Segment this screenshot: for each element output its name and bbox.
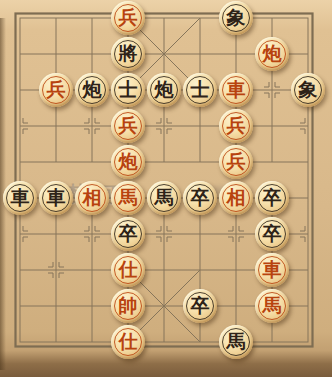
piece-black-f3r1[interactable]: 將 (111, 37, 145, 71)
piece-glyph: 馬 (119, 188, 138, 207)
piece-black-f7r5[interactable]: 卒 (255, 181, 289, 215)
piece-glyph: 炮 (119, 152, 138, 171)
piece-glyph: 兵 (227, 152, 246, 171)
piece-black-f3r6[interactable]: 卒 (111, 217, 145, 251)
piece-glyph: 馬 (263, 296, 282, 315)
piece-red-f6r5[interactable]: 相 (219, 181, 253, 215)
piece-black-f5r8[interactable]: 卒 (183, 289, 217, 323)
piece-glyph: 車 (11, 188, 30, 207)
piece-glyph: 炮 (263, 44, 282, 63)
piece-red-f3r7[interactable]: 仕 (111, 253, 145, 287)
piece-red-f3r5[interactable]: 馬 (111, 181, 145, 215)
piece-glyph: 馬 (155, 188, 174, 207)
piece-red-f7r7[interactable]: 車 (255, 253, 289, 287)
piece-glyph: 將 (119, 44, 138, 63)
piece-glyph: 象 (299, 80, 318, 99)
piece-red-f3r0[interactable]: 兵 (111, 1, 145, 35)
piece-glyph: 卒 (119, 224, 138, 243)
piece-glyph: 炮 (83, 80, 102, 99)
piece-glyph: 仕 (119, 332, 138, 351)
piece-glyph: 車 (47, 188, 66, 207)
piece-glyph: 士 (191, 80, 210, 99)
piece-red-f7r8[interactable]: 馬 (255, 289, 289, 323)
piece-black-f3r2[interactable]: 士 (111, 73, 145, 107)
piece-glyph: 相 (227, 188, 246, 207)
piece-red-f7r1[interactable]: 炮 (255, 37, 289, 71)
piece-glyph: 象 (227, 8, 246, 27)
piece-glyph: 帥 (119, 296, 138, 315)
piece-black-f8r2[interactable]: 象 (291, 73, 325, 107)
piece-glyph: 兵 (119, 116, 138, 135)
piece-glyph: 相 (83, 188, 102, 207)
piece-black-f4r2[interactable]: 炮 (147, 73, 181, 107)
piece-glyph: 兵 (119, 8, 138, 27)
piece-red-f2r5[interactable]: 相 (75, 181, 109, 215)
piece-red-f3r3[interactable]: 兵 (111, 109, 145, 143)
piece-red-f3r9[interactable]: 仕 (111, 325, 145, 359)
piece-red-f1r2[interactable]: 兵 (39, 73, 73, 107)
piece-black-f5r2[interactable]: 士 (183, 73, 217, 107)
piece-glyph: 士 (119, 80, 138, 99)
piece-black-f5r5[interactable]: 卒 (183, 181, 217, 215)
piece-glyph: 卒 (263, 224, 282, 243)
piece-black-f7r6[interactable]: 卒 (255, 217, 289, 251)
piece-glyph: 馬 (227, 332, 246, 351)
piece-glyph: 仕 (119, 260, 138, 279)
piece-red-f3r8[interactable]: 帥 (111, 289, 145, 323)
piece-red-f6r2[interactable]: 車 (219, 73, 253, 107)
piece-black-f1r5[interactable]: 車 (39, 181, 73, 215)
piece-black-f2r2[interactable]: 炮 (75, 73, 109, 107)
piece-glyph: 卒 (263, 188, 282, 207)
piece-glyph: 車 (227, 80, 246, 99)
piece-glyph: 卒 (191, 296, 210, 315)
piece-glyph: 炮 (155, 80, 174, 99)
piece-glyph: 車 (263, 260, 282, 279)
piece-glyph: 卒 (191, 188, 210, 207)
piece-black-f4r5[interactable]: 馬 (147, 181, 181, 215)
piece-black-f0r5[interactable]: 車 (3, 181, 37, 215)
piece-red-f6r4[interactable]: 兵 (219, 145, 253, 179)
piece-red-f3r4[interactable]: 炮 (111, 145, 145, 179)
piece-black-f6r0[interactable]: 象 (219, 1, 253, 35)
xiangqi-board-screen: 梦河 兵象將炮兵炮士炮士車象兵兵炮兵車車相馬馬卒相卒卒卒仕車帥卒馬仕馬 (0, 0, 332, 377)
piece-glyph: 兵 (47, 80, 66, 99)
piece-black-f6r9[interactable]: 馬 (219, 325, 253, 359)
piece-red-f6r3[interactable]: 兵 (219, 109, 253, 143)
piece-glyph: 兵 (227, 116, 246, 135)
